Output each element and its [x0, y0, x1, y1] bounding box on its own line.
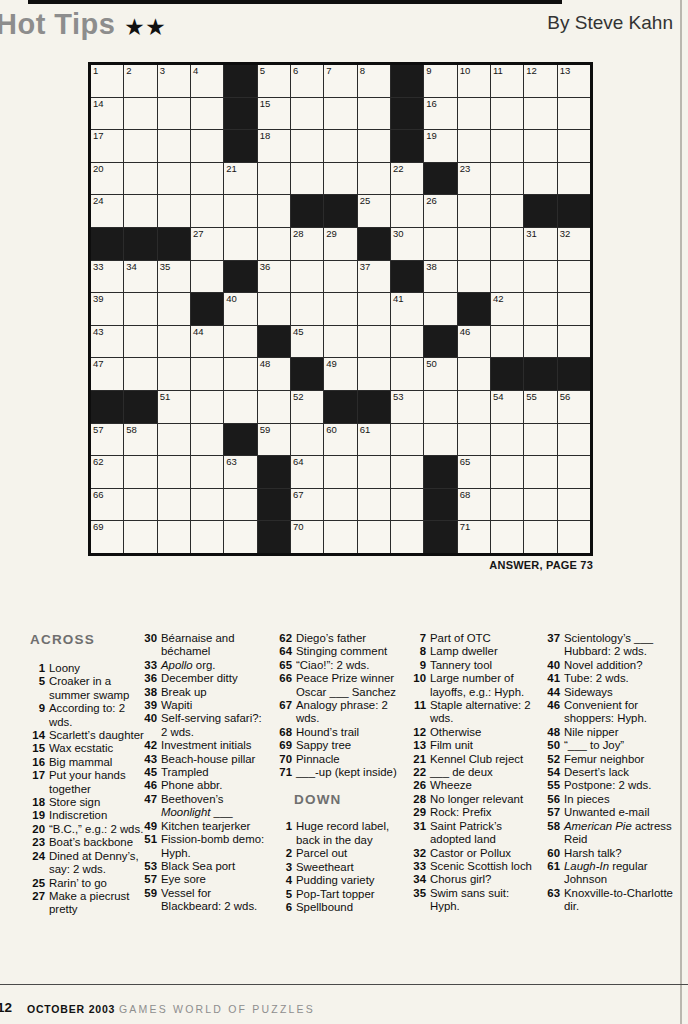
cell-number: 4 [193, 65, 198, 76]
clue-number: 27 [28, 890, 49, 917]
cell-number: 16 [426, 98, 437, 109]
clue-across-23: 23Boat’s backbone [28, 836, 146, 849]
grid-cell-black [558, 195, 590, 227]
clue-down-12: 12Otherwise [409, 726, 540, 739]
grid-cell-black [224, 130, 256, 162]
grid-cell[interactable] [224, 358, 256, 390]
grid-cell[interactable] [191, 391, 223, 423]
clue-text: Trampled [161, 766, 268, 779]
grid-cell[interactable] [324, 98, 356, 130]
clue-down-35: 35Swim sans suit: Hyph. [409, 887, 540, 914]
clue-text: Tannery tool [430, 659, 540, 672]
grid-cell[interactable] [191, 98, 223, 130]
grid-cell[interactable] [558, 489, 590, 521]
grid-cell[interactable]: 21 [224, 163, 256, 195]
grid-cell[interactable]: 55 [524, 391, 556, 423]
grid-cell[interactable] [424, 293, 456, 325]
grid-cell[interactable] [324, 130, 356, 162]
grid-cell[interactable]: 48 [258, 358, 290, 390]
grid-cell[interactable]: 57 [91, 424, 123, 456]
grid-cell[interactable]: 42 [491, 293, 523, 325]
grid-cell[interactable] [291, 163, 323, 195]
clue-column-1: ACROSS1Loony5Croaker in a summer swamp9A… [28, 632, 146, 917]
grid-cell[interactable]: 51 [158, 391, 190, 423]
grid-cell[interactable]: 61 [358, 424, 390, 456]
grid-cell-black [224, 261, 256, 293]
grid-cell[interactable] [558, 130, 590, 162]
grid-cell[interactable] [224, 521, 256, 553]
grid-cell[interactable]: 44 [191, 326, 223, 358]
grid-cell[interactable]: 13 [558, 65, 590, 97]
clue-across-65: 65“Ciao!”: 2 wds. [275, 659, 406, 672]
grid-cell[interactable] [158, 195, 190, 227]
grid-cell[interactable]: 14 [91, 98, 123, 130]
grid-cell[interactable] [424, 391, 456, 423]
clue-text: Pinnacle [296, 753, 406, 766]
clue-number: 71 [275, 766, 296, 779]
clue-across-18: 18Store sign [28, 796, 146, 809]
clue-text: ___-up (kept inside) [296, 766, 406, 779]
clue-down-52: 52Femur neighbor [543, 753, 684, 766]
grid-cell[interactable]: 24 [91, 195, 123, 227]
grid-cell[interactable] [224, 228, 256, 260]
grid-cell[interactable]: 64 [291, 456, 323, 488]
footer-rule [0, 984, 688, 985]
grid-cell[interactable] [258, 195, 290, 227]
grid-cell[interactable] [124, 195, 156, 227]
grid-cell[interactable] [224, 195, 256, 227]
clue-down-58: 58American Pie actress Reid [543, 820, 684, 847]
clue-text: Indiscretion [49, 809, 146, 822]
clue-number: 50 [543, 739, 564, 752]
grid-cell[interactable] [358, 489, 390, 521]
grid-cell[interactable] [424, 228, 456, 260]
grid-cell[interactable] [491, 163, 523, 195]
grid-cell[interactable]: 32 [558, 228, 590, 260]
clue-down-44: 44Sideways [543, 686, 684, 699]
grid-cell[interactable] [324, 326, 356, 358]
grid-cell[interactable] [291, 261, 323, 293]
grid-cell[interactable]: 62 [91, 456, 123, 488]
grid-cell[interactable]: 11 [491, 65, 523, 97]
grid-cell-black [524, 195, 556, 227]
grid-cell[interactable] [158, 521, 190, 553]
clue-text: Self-serving safari?: 2 wds. [161, 712, 268, 739]
grid-cell[interactable] [458, 261, 490, 293]
grid-cell[interactable] [558, 261, 590, 293]
grid-cell[interactable] [191, 163, 223, 195]
grid-cell[interactable] [191, 358, 223, 390]
clue-text: In pieces [564, 793, 684, 806]
grid-cell[interactable]: 17 [91, 130, 123, 162]
grid-cell[interactable] [258, 228, 290, 260]
grid-cell[interactable] [524, 521, 556, 553]
grid-cell[interactable] [124, 293, 156, 325]
grid-cell[interactable]: 56 [558, 391, 590, 423]
clue-across-57: 57Eye sore [140, 873, 268, 886]
grid-cell[interactable]: 15 [258, 98, 290, 130]
grid-cell[interactable]: 36 [258, 261, 290, 293]
grid-cell[interactable]: 1 [91, 65, 123, 97]
grid-cell[interactable] [158, 163, 190, 195]
grid-cell[interactable] [358, 130, 390, 162]
grid-cell[interactable] [524, 489, 556, 521]
across-header: ACROSS [30, 632, 146, 647]
clue-number: 29 [409, 806, 430, 819]
clue-text: Analogy phrase: 2 wds. [296, 699, 406, 726]
clue-number: 24 [28, 850, 49, 877]
grid-cell[interactable] [191, 521, 223, 553]
grid-cell[interactable] [324, 293, 356, 325]
clue-text: Make a piecrust pretty [49, 890, 146, 917]
grid-cell[interactable] [558, 98, 590, 130]
grid-cell[interactable]: 50 [424, 358, 456, 390]
grid-cell[interactable] [458, 98, 490, 130]
grid-cell[interactable]: 10 [458, 65, 490, 97]
grid-cell[interactable]: 67 [291, 489, 323, 521]
grid-cell-black [424, 163, 456, 195]
grid-cell[interactable] [224, 391, 256, 423]
clue-number: 8 [409, 645, 430, 658]
cell-number: 41 [393, 293, 404, 304]
grid-cell[interactable] [158, 358, 190, 390]
grid-cell[interactable]: 52 [291, 391, 323, 423]
grid-cell[interactable]: 49 [324, 358, 356, 390]
grid-cell[interactable] [158, 456, 190, 488]
clue-text: ___ de deux [430, 766, 540, 779]
clue-down-5: 5Pop-Tart topper [275, 888, 406, 901]
grid-cell-black [224, 65, 256, 97]
grid-cell[interactable] [324, 163, 356, 195]
grid-cell[interactable]: 16 [424, 98, 456, 130]
clue-number: 59 [140, 887, 161, 914]
grid-cell[interactable] [524, 326, 556, 358]
grid-cell[interactable] [358, 293, 390, 325]
clue-number: 44 [543, 686, 564, 699]
grid-cell-black [424, 489, 456, 521]
grid-cell[interactable] [558, 163, 590, 195]
grid-cell[interactable]: 23 [458, 163, 490, 195]
clue-text: Novel addition? [564, 659, 684, 672]
clue-across-68: 68Hound’s trail [275, 726, 406, 739]
grid-cell[interactable]: 46 [458, 326, 490, 358]
clue-across-14: 14Scarlett’s daughter [28, 729, 146, 742]
cell-number: 56 [560, 391, 571, 402]
clue-number: 33 [409, 860, 430, 873]
clue-number: 54 [543, 766, 564, 779]
grid-cell[interactable]: 43 [91, 326, 123, 358]
grid-cell[interactable]: 22 [391, 163, 423, 195]
clue-text: Desert’s lack [564, 766, 684, 779]
clue-across-59: 59Vessel for Blackbeard: 2 wds. [140, 887, 268, 914]
clue-text: Harsh talk? [564, 847, 684, 860]
grid-cell[interactable] [191, 261, 223, 293]
grid-cell[interactable]: 7 [324, 65, 356, 97]
clue-text: American Pie actress Reid [564, 820, 684, 847]
grid-cell[interactable] [391, 358, 423, 390]
grid-cell[interactable]: 6 [291, 65, 323, 97]
grid-cell[interactable]: 70 [291, 521, 323, 553]
grid-cell[interactable] [158, 130, 190, 162]
grid-cell[interactable] [358, 456, 390, 488]
clue-number: 33 [140, 659, 161, 672]
grid-cell[interactable] [424, 424, 456, 456]
grid-cell[interactable] [158, 293, 190, 325]
grid-cell[interactable] [324, 489, 356, 521]
grid-cell[interactable] [491, 98, 523, 130]
grid-cell-black [458, 293, 490, 325]
grid-cell[interactable] [191, 456, 223, 488]
grid-cell[interactable] [558, 424, 590, 456]
grid-cell[interactable] [124, 489, 156, 521]
grid-cell[interactable]: 63 [224, 456, 256, 488]
clue-number: 55 [543, 779, 564, 792]
grid-cell[interactable] [124, 456, 156, 488]
grid-cell[interactable] [158, 326, 190, 358]
grid-cell[interactable] [458, 391, 490, 423]
grid-cell[interactable] [491, 228, 523, 260]
clue-number: 40 [543, 659, 564, 672]
grid-cell[interactable] [191, 130, 223, 162]
grid-cell[interactable] [458, 424, 490, 456]
grid-cell[interactable]: 2 [124, 65, 156, 97]
grid-cell[interactable]: 3 [158, 65, 190, 97]
grid-cell[interactable]: 53 [391, 391, 423, 423]
cell-number: 60 [326, 424, 337, 435]
clue-number: 57 [140, 873, 161, 886]
grid-cell[interactable]: 66 [91, 489, 123, 521]
grid-cell[interactable] [391, 326, 423, 358]
grid-cell[interactable]: 59 [258, 424, 290, 456]
grid-cell[interactable]: 25 [358, 195, 390, 227]
grid-cell[interactable]: 37 [358, 261, 390, 293]
grid-cell[interactable]: 30 [391, 228, 423, 260]
grid-cell[interactable] [158, 424, 190, 456]
clue-down-1: 1Huge record label, back in the day [275, 820, 406, 847]
grid-cell[interactable]: 19 [424, 130, 456, 162]
grid-cell[interactable]: 58 [124, 424, 156, 456]
grid-cell[interactable] [124, 358, 156, 390]
cell-number: 51 [160, 391, 171, 402]
clue-down-37: 37Scientology’s ___ Hubbard: 2 wds. [543, 632, 684, 659]
cell-number: 50 [426, 358, 437, 369]
grid-cell[interactable]: 27 [191, 228, 223, 260]
grid-cell[interactable] [558, 293, 590, 325]
grid-cell-black [358, 228, 390, 260]
grid-cell[interactable] [558, 521, 590, 553]
grid-cell[interactable] [391, 521, 423, 553]
grid-cell[interactable] [458, 130, 490, 162]
grid-cell[interactable] [191, 424, 223, 456]
grid-cell[interactable] [558, 326, 590, 358]
grid-cell[interactable] [358, 163, 390, 195]
grid-cell[interactable]: 31 [524, 228, 556, 260]
cell-number: 53 [393, 391, 404, 402]
grid-cell[interactable] [258, 391, 290, 423]
grid-cell[interactable] [524, 163, 556, 195]
grid-cell[interactable]: 8 [358, 65, 390, 97]
grid-cell[interactable] [458, 358, 490, 390]
cell-number: 6 [293, 65, 298, 76]
grid-cell[interactable] [391, 489, 423, 521]
grid-cell[interactable] [258, 293, 290, 325]
grid-cell[interactable] [324, 456, 356, 488]
cell-number: 68 [460, 489, 471, 500]
grid-cell[interactable] [124, 163, 156, 195]
grid-cell[interactable]: 20 [91, 163, 123, 195]
clue-text: Kennel Club reject [430, 753, 540, 766]
clue-down-54: 54Desert’s lack [543, 766, 684, 779]
clue-down-32: 32Castor or Pollux [409, 847, 540, 860]
grid-cell[interactable]: 29 [324, 228, 356, 260]
grid-cell[interactable]: 4 [191, 65, 223, 97]
grid-cell[interactable] [358, 521, 390, 553]
grid-cell[interactable] [124, 130, 156, 162]
clue-across-38: 38Break up [140, 686, 268, 699]
cell-number: 29 [326, 228, 337, 239]
grid-cell[interactable] [391, 424, 423, 456]
clue-text: Film unit [430, 739, 540, 752]
cell-number: 31 [526, 228, 537, 239]
difficulty-stars: ★★ [125, 16, 167, 38]
clue-down-48: 48Nile nipper [543, 726, 684, 739]
grid-cell[interactable] [124, 98, 156, 130]
grid-cell[interactable]: 69 [91, 521, 123, 553]
grid-cell[interactable] [458, 195, 490, 227]
grid-cell[interactable]: 34 [124, 261, 156, 293]
cell-number: 26 [426, 195, 437, 206]
grid-cell[interactable]: 41 [391, 293, 423, 325]
clue-number: 5 [28, 675, 49, 702]
grid-cell[interactable]: 54 [491, 391, 523, 423]
grid-cell[interactable] [491, 489, 523, 521]
clue-number: 26 [409, 779, 430, 792]
clue-text: Kitchen tearjerker [161, 820, 268, 833]
clue-number: 7 [409, 632, 430, 645]
cell-number: 49 [326, 358, 337, 369]
grid-cell-black [558, 358, 590, 390]
grid-cell[interactable]: 71 [458, 521, 490, 553]
clue-across-64: 64Stinging comment [275, 645, 406, 658]
clue-across-40: 40Self-serving safari?: 2 wds. [140, 712, 268, 739]
grid-cell[interactable] [158, 489, 190, 521]
grid-cell-black [424, 326, 456, 358]
clue-down-26: 26Wheeze [409, 779, 540, 792]
grid-cell[interactable] [491, 326, 523, 358]
grid-cell[interactable] [324, 261, 356, 293]
grid-cell[interactable]: 68 [458, 489, 490, 521]
clue-number: 47 [140, 793, 161, 820]
grid-cell[interactable] [558, 456, 590, 488]
clue-across-43: 43Beach-house pillar [140, 753, 268, 766]
grid-cell[interactable] [358, 98, 390, 130]
grid-cell[interactable] [491, 130, 523, 162]
grid-cell[interactable] [358, 358, 390, 390]
grid-cell[interactable] [391, 195, 423, 227]
grid-cell[interactable] [524, 130, 556, 162]
grid-cell-black [358, 391, 390, 423]
clue-across-36: 36December ditty [140, 672, 268, 685]
cell-number: 69 [93, 521, 104, 532]
clue-number: 2 [275, 847, 296, 860]
clue-number: 30 [140, 632, 161, 659]
grid-cell[interactable] [391, 456, 423, 488]
grid-cell[interactable] [524, 456, 556, 488]
grid-cell[interactable]: 18 [258, 130, 290, 162]
grid-cell[interactable]: 38 [424, 261, 456, 293]
clue-number: 65 [275, 659, 296, 672]
grid-cell[interactable]: 5 [258, 65, 290, 97]
grid-cell[interactable] [191, 489, 223, 521]
clue-down-50: 50“___ to Joy” [543, 739, 684, 752]
grid-cell[interactable]: 60 [324, 424, 356, 456]
clue-across-66: 66Peace Prize winner Oscar ___ Sanchez [275, 672, 406, 699]
clue-number: 46 [140, 779, 161, 792]
cell-number: 22 [393, 163, 404, 174]
clue-number: 28 [409, 793, 430, 806]
grid-cell[interactable] [124, 521, 156, 553]
clue-across-16: 16Big mammal [28, 756, 146, 769]
grid-cell[interactable] [524, 261, 556, 293]
grid-cell[interactable]: 65 [458, 456, 490, 488]
grid-cell[interactable]: 45 [291, 326, 323, 358]
grid-cell-black [258, 326, 290, 358]
grid-cell[interactable] [358, 326, 390, 358]
grid-cell[interactable]: 39 [91, 293, 123, 325]
grid-cell[interactable] [191, 195, 223, 227]
grid-cell[interactable] [158, 98, 190, 130]
grid-cell[interactable] [491, 195, 523, 227]
clue-down-41: 41Tube: 2 wds. [543, 672, 684, 685]
grid-cell[interactable]: 40 [224, 293, 256, 325]
grid-cell[interactable] [124, 326, 156, 358]
grid-cell[interactable] [291, 130, 323, 162]
grid-cell-black [391, 130, 423, 162]
grid-cell[interactable] [224, 326, 256, 358]
clue-across-20: 20“B.C.,” e.g.: 2 wds. [28, 823, 146, 836]
grid-cell[interactable] [491, 261, 523, 293]
cell-number: 54 [493, 391, 504, 402]
grid-cell[interactable] [491, 424, 523, 456]
grid-cell[interactable] [291, 293, 323, 325]
grid-cell[interactable]: 26 [424, 195, 456, 227]
grid-cell-black [124, 228, 156, 260]
grid-cell[interactable] [258, 163, 290, 195]
grid-cell[interactable] [291, 424, 323, 456]
clue-text: Investment initials [161, 739, 268, 752]
grid-cell[interactable] [291, 98, 323, 130]
grid-cell[interactable]: 35 [158, 261, 190, 293]
grid-cell-black [524, 358, 556, 390]
grid-cell[interactable]: 9 [424, 65, 456, 97]
grid-cell[interactable]: 47 [91, 358, 123, 390]
cell-number: 55 [526, 391, 537, 402]
grid-cell[interactable] [491, 456, 523, 488]
clue-number: 15 [28, 742, 49, 755]
grid-cell[interactable] [524, 98, 556, 130]
grid-cell[interactable] [458, 228, 490, 260]
grid-cell[interactable] [491, 521, 523, 553]
clue-number: 34 [409, 873, 430, 886]
grid-cell[interactable] [524, 293, 556, 325]
grid-cell[interactable] [224, 489, 256, 521]
grid-cell[interactable] [524, 424, 556, 456]
grid-cell[interactable]: 28 [291, 228, 323, 260]
grid-cell[interactable] [324, 521, 356, 553]
clue-number: 56 [543, 793, 564, 806]
grid-cell[interactable]: 33 [91, 261, 123, 293]
grid-cell[interactable]: 12 [524, 65, 556, 97]
